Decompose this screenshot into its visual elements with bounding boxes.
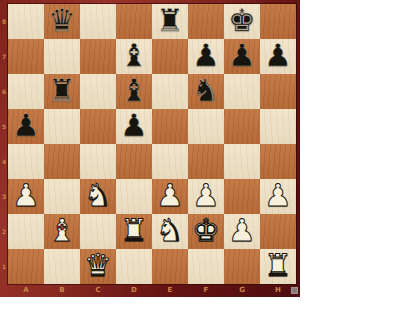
black-pawn-f7[interactable]: ♟ xyxy=(192,40,220,71)
square-d6[interactable]: ♝ xyxy=(116,74,152,109)
square-b1[interactable] xyxy=(44,249,80,284)
square-c3[interactable]: ♞ xyxy=(80,179,116,214)
square-b2[interactable]: ♝ xyxy=(44,214,80,249)
square-f2[interactable]: ♚ xyxy=(188,214,224,249)
board-grid: ♛♜♚♝♟♟♟♜♝♞♟♟♟♞♟♟♟♝♜♞♚♟♛♜ xyxy=(8,4,296,284)
square-g1[interactable] xyxy=(224,249,260,284)
square-h7[interactable]: ♟ xyxy=(260,39,296,74)
square-h5[interactable] xyxy=(260,109,296,144)
square-g4[interactable] xyxy=(224,144,260,179)
square-h1[interactable]: ♜ xyxy=(260,249,296,284)
square-d2[interactable]: ♜ xyxy=(116,214,152,249)
black-pawn-h7[interactable]: ♟ xyxy=(264,40,292,71)
white-pawn-h3[interactable]: ♟ xyxy=(264,180,292,211)
square-a4[interactable] xyxy=(8,144,44,179)
black-knight-f6[interactable]: ♞ xyxy=(192,75,220,106)
file-label-g: G xyxy=(224,284,260,296)
rank-label-1: 1 xyxy=(0,249,8,284)
square-d4[interactable] xyxy=(116,144,152,179)
square-c7[interactable] xyxy=(80,39,116,74)
square-b8[interactable]: ♛ xyxy=(44,4,80,39)
square-c4[interactable] xyxy=(80,144,116,179)
square-d5[interactable]: ♟ xyxy=(116,109,152,144)
square-a3[interactable]: ♟ xyxy=(8,179,44,214)
square-e6[interactable] xyxy=(152,74,188,109)
square-a6[interactable] xyxy=(8,74,44,109)
square-e8[interactable]: ♜ xyxy=(152,4,188,39)
black-king-g8[interactable]: ♚ xyxy=(228,5,256,36)
black-bishop-d7[interactable]: ♝ xyxy=(120,40,148,71)
square-a8[interactable] xyxy=(8,4,44,39)
square-a7[interactable] xyxy=(8,39,44,74)
white-bishop-b2[interactable]: ♝ xyxy=(48,215,76,246)
square-a1[interactable] xyxy=(8,249,44,284)
square-c1[interactable]: ♛ xyxy=(80,249,116,284)
rank-label-6: 6 xyxy=(0,74,8,109)
square-f3[interactable]: ♟ xyxy=(188,179,224,214)
white-rook-d2[interactable]: ♜ xyxy=(120,215,148,246)
rank-label-7: 7 xyxy=(0,39,8,74)
square-d3[interactable] xyxy=(116,179,152,214)
square-f5[interactable] xyxy=(188,109,224,144)
square-h8[interactable] xyxy=(260,4,296,39)
file-label-c: C xyxy=(80,284,116,296)
square-e5[interactable] xyxy=(152,109,188,144)
square-g8[interactable]: ♚ xyxy=(224,4,260,39)
black-pawn-a5[interactable]: ♟ xyxy=(12,110,40,141)
corner-marker-dot xyxy=(291,287,298,294)
white-pawn-f3[interactable]: ♟ xyxy=(192,180,220,211)
white-queen-c1[interactable]: ♛ xyxy=(84,250,112,281)
rank-label-8: 8 xyxy=(0,4,8,39)
square-e4[interactable] xyxy=(152,144,188,179)
black-pawn-d5[interactable]: ♟ xyxy=(120,110,148,141)
square-f7[interactable]: ♟ xyxy=(188,39,224,74)
square-g2[interactable]: ♟ xyxy=(224,214,260,249)
square-f4[interactable] xyxy=(188,144,224,179)
rank-label-3: 3 xyxy=(0,179,8,214)
white-rook-h1[interactable]: ♜ xyxy=(264,250,292,281)
square-d7[interactable]: ♝ xyxy=(116,39,152,74)
square-g3[interactable] xyxy=(224,179,260,214)
file-labels: ABCDEFGH xyxy=(8,284,296,296)
square-c5[interactable] xyxy=(80,109,116,144)
file-label-d: D xyxy=(116,284,152,296)
square-h3[interactable]: ♟ xyxy=(260,179,296,214)
rank-labels: 87654321 xyxy=(0,4,8,284)
square-g5[interactable] xyxy=(224,109,260,144)
white-pawn-a3[interactable]: ♟ xyxy=(12,180,40,211)
square-e1[interactable] xyxy=(152,249,188,284)
square-h4[interactable] xyxy=(260,144,296,179)
black-rook-e8[interactable]: ♜ xyxy=(156,5,184,36)
black-pawn-g7[interactable]: ♟ xyxy=(228,40,256,71)
square-g7[interactable]: ♟ xyxy=(224,39,260,74)
square-b4[interactable] xyxy=(44,144,80,179)
white-knight-c3[interactable]: ♞ xyxy=(84,180,112,211)
file-label-a: A xyxy=(8,284,44,296)
white-pawn-e3[interactable]: ♟ xyxy=(156,180,184,211)
square-d8[interactable] xyxy=(116,4,152,39)
square-f1[interactable] xyxy=(188,249,224,284)
black-rook-b6[interactable]: ♜ xyxy=(48,75,76,106)
white-king-f2[interactable]: ♚ xyxy=(192,215,220,246)
file-label-e: E xyxy=(152,284,188,296)
rank-label-5: 5 xyxy=(0,109,8,144)
square-b7[interactable] xyxy=(44,39,80,74)
rank-label-2: 2 xyxy=(0,214,8,249)
square-e2[interactable]: ♞ xyxy=(152,214,188,249)
square-e7[interactable] xyxy=(152,39,188,74)
square-g6[interactable] xyxy=(224,74,260,109)
white-knight-e2[interactable]: ♞ xyxy=(156,215,184,246)
file-label-b: B xyxy=(44,284,80,296)
square-b5[interactable] xyxy=(44,109,80,144)
rank-label-4: 4 xyxy=(0,144,8,179)
square-a5[interactable]: ♟ xyxy=(8,109,44,144)
chess-board: 87654321 ♛♜♚♝♟♟♟♜♝♞♟♟♟♞♟♟♟♝♜♞♚♟♛♜ ABCDEF… xyxy=(0,0,300,297)
square-e3[interactable]: ♟ xyxy=(152,179,188,214)
white-pawn-g2[interactable]: ♟ xyxy=(228,215,256,246)
black-queen-b8[interactable]: ♛ xyxy=(48,5,76,36)
square-b3[interactable] xyxy=(44,179,80,214)
square-d1[interactable] xyxy=(116,249,152,284)
file-label-f: F xyxy=(188,284,224,296)
square-c2[interactable] xyxy=(80,214,116,249)
square-b6[interactable]: ♜ xyxy=(44,74,80,109)
page-background: 87654321 ♛♜♚♝♟♟♟♜♝♞♟♟♟♞♟♟♟♝♜♞♚♟♛♜ ABCDEF… xyxy=(0,0,414,311)
square-h6[interactable] xyxy=(260,74,296,109)
square-c8[interactable] xyxy=(80,4,116,39)
square-a2[interactable] xyxy=(8,214,44,249)
square-h2[interactable] xyxy=(260,214,296,249)
square-f6[interactable]: ♞ xyxy=(188,74,224,109)
black-bishop-d6[interactable]: ♝ xyxy=(120,75,148,106)
square-c6[interactable] xyxy=(80,74,116,109)
square-f8[interactable] xyxy=(188,4,224,39)
